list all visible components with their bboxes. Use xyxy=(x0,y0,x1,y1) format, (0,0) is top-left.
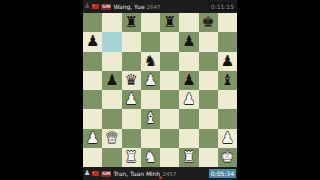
square-g5[interactable] xyxy=(199,71,218,90)
square-d6[interactable]: ♞ xyxy=(141,52,160,71)
square-h1[interactable]: ♚ xyxy=(218,148,237,167)
square-b7[interactable] xyxy=(102,32,121,51)
square-d2[interactable] xyxy=(141,129,160,148)
black-queen-piece[interactable]: ♛ xyxy=(124,73,137,88)
square-e7[interactable] xyxy=(160,32,179,51)
square-b4[interactable] xyxy=(102,90,121,109)
square-c7[interactable] xyxy=(122,32,141,51)
square-d4[interactable] xyxy=(141,90,160,109)
square-b1[interactable] xyxy=(102,148,121,167)
black-pawn-piece[interactable]: ♟ xyxy=(221,54,234,69)
black-side-pawn-icon: ♟ xyxy=(84,0,90,13)
white-pawn-piece[interactable]: ♟ xyxy=(182,92,195,107)
square-c4[interactable]: ♟ xyxy=(122,90,141,109)
square-f2[interactable] xyxy=(179,129,198,148)
square-g7[interactable] xyxy=(199,32,218,51)
square-d1[interactable]: ♞ xyxy=(141,148,160,167)
square-b5[interactable]: ♟ xyxy=(102,71,121,90)
square-a5[interactable] xyxy=(83,71,102,90)
black-pawn-piece[interactable]: ♟ xyxy=(86,34,99,49)
country-flag-icon xyxy=(92,171,99,176)
square-c5[interactable]: ♛ xyxy=(122,71,141,90)
white-rook-piece[interactable]: ♜ xyxy=(182,150,195,165)
square-g6[interactable] xyxy=(199,52,218,71)
black-king-piece[interactable]: ♚ xyxy=(201,15,214,30)
player-name-bottom: Tran, Tuan Minh xyxy=(113,170,160,177)
square-a4[interactable] xyxy=(83,90,102,109)
square-f5[interactable]: ♟ xyxy=(179,71,198,90)
square-c8[interactable]: ♜ xyxy=(122,13,141,32)
broadcast-stage: ♟ GM Wang, Yue 2647 0:11:15 ♜♜♚♟♟♞♟♟♛♟♟♝… xyxy=(0,0,320,180)
square-c2[interactable] xyxy=(122,129,141,148)
square-d8[interactable] xyxy=(141,13,160,32)
game-column: ♟ GM Wang, Yue 2647 0:11:15 ♜♜♚♟♟♞♟♟♛♟♟♝… xyxy=(83,0,237,180)
square-h4[interactable] xyxy=(218,90,237,109)
country-flag-icon xyxy=(92,4,99,9)
clock-top: 0:11:15 xyxy=(209,2,236,11)
title-badge: GM xyxy=(101,4,111,10)
square-f6[interactable] xyxy=(179,52,198,71)
white-pawn-piece[interactable]: ♟ xyxy=(86,131,99,146)
black-knight-piece[interactable]: ♞ xyxy=(144,54,157,69)
square-h3[interactable] xyxy=(218,109,237,128)
square-b3[interactable] xyxy=(102,109,121,128)
player-rating-bottom: 2457 xyxy=(162,171,176,177)
player-name-top: Wang, Yue xyxy=(113,3,144,10)
square-a3[interactable] xyxy=(83,109,102,128)
square-d3[interactable]: ♝ xyxy=(141,109,160,128)
square-b8[interactable] xyxy=(102,13,121,32)
square-g4[interactable] xyxy=(199,90,218,109)
square-h2[interactable]: ♟ xyxy=(218,129,237,148)
square-c3[interactable] xyxy=(122,109,141,128)
square-h7[interactable] xyxy=(218,32,237,51)
white-pawn-piece[interactable]: ♟ xyxy=(221,131,234,146)
player-bar-top: ♟ GM Wang, Yue 2647 0:11:15 xyxy=(83,0,237,13)
white-side-pawn-icon: ♟ xyxy=(84,167,90,180)
square-e2[interactable] xyxy=(160,129,179,148)
white-knight-piece[interactable]: ♞ xyxy=(144,150,157,165)
square-g3[interactable] xyxy=(199,109,218,128)
square-g8[interactable]: ♚ xyxy=(199,13,218,32)
black-rook-piece[interactable]: ♜ xyxy=(163,15,176,30)
square-h8[interactable] xyxy=(218,13,237,32)
player-rating-top: 2647 xyxy=(147,4,161,10)
square-f3[interactable] xyxy=(179,109,198,128)
black-pawn-piece[interactable]: ♟ xyxy=(182,73,195,88)
black-bishop-piece[interactable]: ♝ xyxy=(221,73,234,88)
square-a7[interactable]: ♟ xyxy=(83,32,102,51)
square-b2[interactable]: ♛ xyxy=(102,129,121,148)
square-a8[interactable] xyxy=(83,13,102,32)
square-a6[interactable] xyxy=(83,52,102,71)
clock-bottom-active: 0:05:34 xyxy=(209,169,236,178)
black-rook-piece[interactable]: ♜ xyxy=(124,15,137,30)
black-pawn-piece[interactable]: ♟ xyxy=(182,34,195,49)
square-e5[interactable] xyxy=(160,71,179,90)
white-queen-piece[interactable]: ♛ xyxy=(105,131,118,146)
square-f8[interactable] xyxy=(179,13,198,32)
white-king-piece[interactable]: ♚ xyxy=(221,150,234,165)
square-b6[interactable] xyxy=(102,52,121,71)
square-d7[interactable] xyxy=(141,32,160,51)
square-f1[interactable]: ♜ xyxy=(179,148,198,167)
square-c6[interactable] xyxy=(122,52,141,71)
square-f7[interactable]: ♟ xyxy=(179,32,198,51)
square-e1[interactable] xyxy=(160,148,179,167)
white-pawn-piece[interactable]: ♟ xyxy=(144,73,157,88)
white-pawn-piece[interactable]: ♟ xyxy=(124,92,137,107)
square-h5[interactable]: ♝ xyxy=(218,71,237,90)
square-e3[interactable] xyxy=(160,109,179,128)
square-c1[interactable]: ♜ xyxy=(122,148,141,167)
chess-board[interactable]: ♜♜♚♟♟♞♟♟♛♟♟♝♟♟♝♟♛♟♜♞♜♚ xyxy=(83,13,237,167)
square-e8[interactable]: ♜ xyxy=(160,13,179,32)
square-e6[interactable] xyxy=(160,52,179,71)
black-pawn-piece[interactable]: ♟ xyxy=(105,73,118,88)
square-f4[interactable]: ♟ xyxy=(179,90,198,109)
white-rook-piece[interactable]: ♜ xyxy=(124,150,137,165)
square-d5[interactable]: ♟ xyxy=(141,71,160,90)
square-g2[interactable] xyxy=(199,129,218,148)
live-indicator-dot xyxy=(159,176,162,179)
square-a2[interactable]: ♟ xyxy=(83,129,102,148)
square-a1[interactable] xyxy=(83,148,102,167)
title-badge: GM xyxy=(101,171,111,177)
white-bishop-piece[interactable]: ♝ xyxy=(144,111,157,126)
square-h6[interactable]: ♟ xyxy=(218,52,237,71)
square-g1[interactable] xyxy=(199,148,218,167)
square-e4[interactable] xyxy=(160,90,179,109)
